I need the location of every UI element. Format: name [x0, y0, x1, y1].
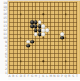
- stone-black-F8[interactable]: [27, 44, 31, 48]
- stone-white-L12[interactable]: [45, 28, 49, 32]
- col-label-J: J: [39, 75, 40, 78]
- col-label-C: C: [16, 75, 18, 78]
- col-label-E: E: [24, 75, 26, 78]
- col-label-P: P: [61, 75, 63, 78]
- col-label-S: S: [72, 75, 74, 78]
- grid-line-horizontal: [9, 45, 77, 46]
- grid-line-vertical: [76, 2, 77, 73]
- grid-line-vertical: [69, 2, 70, 73]
- goban-grid[interactable]: [8, 1, 80, 74]
- goban: [8, 1, 80, 74]
- stone-black-P10[interactable]: [60, 36, 64, 40]
- col-label-T: T: [76, 75, 78, 78]
- col-label-A: A: [9, 75, 11, 78]
- grid-line-horizontal: [9, 65, 77, 66]
- grid-line-horizontal: [9, 41, 77, 42]
- grid-line-horizontal: [9, 49, 77, 50]
- col-label-O: O: [57, 75, 59, 78]
- row-coordinate-labels: 19181716151413121110987654321: [0, 0, 8, 74]
- grid-line-vertical: [50, 2, 51, 73]
- col-label-R: R: [68, 75, 70, 78]
- stone-black-G9[interactable]: [30, 40, 34, 44]
- col-label-B: B: [12, 75, 14, 78]
- col-label-L: L: [46, 75, 48, 78]
- grid-line-horizontal: [9, 57, 77, 58]
- col-label-G: G: [31, 75, 33, 78]
- grid-line-vertical: [73, 2, 74, 73]
- grid-line-vertical: [58, 2, 59, 73]
- col-label-F: F: [27, 75, 29, 78]
- grid-line-horizontal: [9, 53, 77, 54]
- col-label-H: H: [35, 75, 37, 78]
- grid-line-horizontal: [9, 69, 77, 70]
- grid-line-vertical: [47, 2, 48, 73]
- go-game-screenshot: 19181716151413121110987654321 ABCDEFGHJK…: [0, 0, 80, 80]
- col-label-N: N: [53, 75, 55, 78]
- column-coordinate-labels: ABCDEFGHJKLMNOPQRST: [8, 74, 80, 81]
- stone-white-K11[interactable]: [41, 32, 45, 36]
- col-label-Q: Q: [64, 75, 66, 78]
- col-label-D: D: [20, 75, 22, 78]
- row-label-1: 1: [5, 72, 7, 75]
- col-label-K: K: [42, 75, 44, 78]
- col-label-M: M: [49, 75, 52, 78]
- grid-line-vertical: [54, 2, 55, 73]
